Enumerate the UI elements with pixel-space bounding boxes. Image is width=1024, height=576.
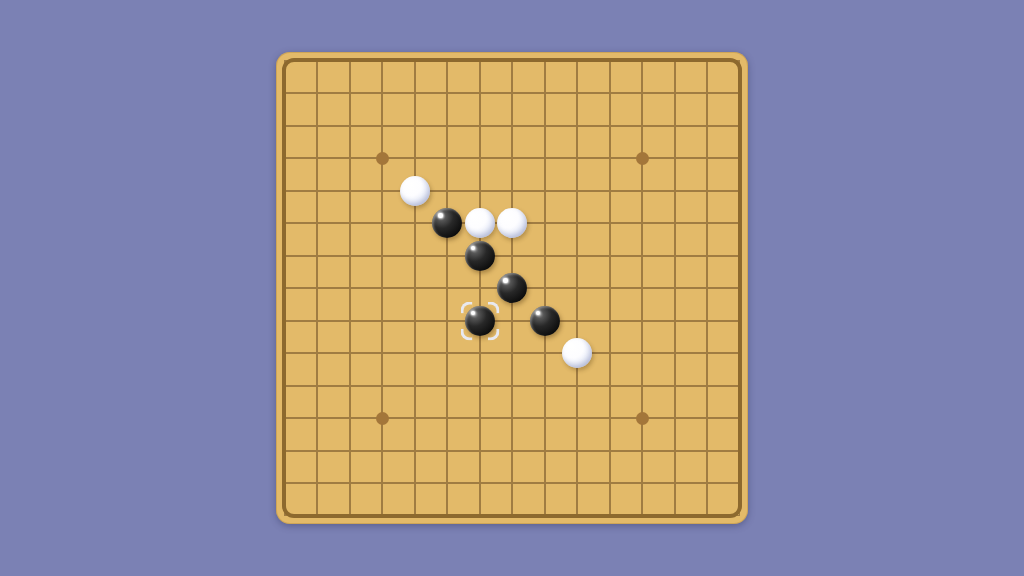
star-point	[366, 402, 399, 435]
app-background	[0, 0, 1024, 576]
black-stone	[463, 239, 496, 272]
black-stone-glyph	[530, 306, 560, 336]
goban-board	[276, 52, 748, 524]
black-stone-glyph	[465, 241, 495, 271]
star-point-dot	[376, 152, 389, 165]
star-point-dot	[376, 412, 389, 425]
black-stone	[431, 207, 464, 240]
white-stone	[463, 207, 496, 240]
star-point	[626, 402, 659, 435]
black-stone	[496, 272, 529, 305]
black-stone	[528, 304, 561, 337]
black-stone-glyph	[432, 208, 462, 238]
white-stone	[398, 174, 431, 207]
white-stone-glyph	[562, 338, 592, 368]
white-stone-glyph	[497, 208, 527, 238]
star-point-dot	[636, 412, 649, 425]
white-stone	[561, 337, 594, 370]
white-stone	[496, 207, 529, 240]
black-stone	[463, 304, 496, 337]
white-stone-glyph	[400, 176, 430, 206]
white-stone-glyph	[465, 208, 495, 238]
star-point-dot	[636, 152, 649, 165]
black-stone-glyph	[497, 273, 527, 303]
board-grid[interactable]	[268, 44, 756, 532]
star-point	[366, 142, 399, 175]
black-stone-glyph	[465, 306, 495, 336]
star-point	[626, 142, 659, 175]
